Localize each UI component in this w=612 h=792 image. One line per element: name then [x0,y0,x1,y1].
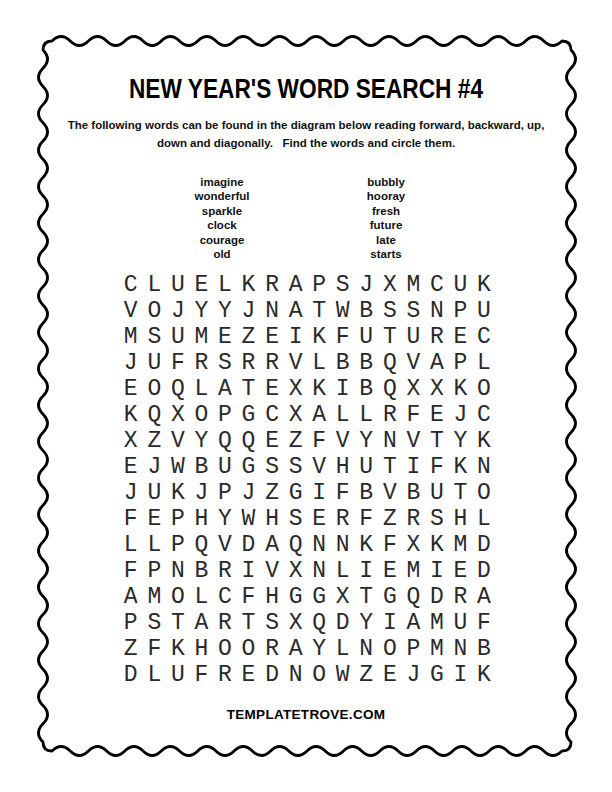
grid-cell: B [331,350,355,376]
grid-cell: V [119,298,143,324]
grid-cell: Y [307,636,331,662]
grid-cell: S [260,454,284,480]
grid-cell: D [237,532,261,558]
grid-cell: J [190,480,214,506]
grid-cell: X [378,272,402,298]
grid-cell: D [260,662,284,688]
grid-cell: I [378,610,402,636]
grid-cell: R [260,350,284,376]
grid-cell: S [284,506,308,532]
grid-cell: J [119,480,143,506]
word-item: starts [314,247,458,261]
grid-cell: B [190,454,214,480]
grid-cell: O [472,480,496,506]
grid-cell: R [260,272,284,298]
grid-cell: H [190,636,214,662]
grid-cell: N [284,662,308,688]
grid-cell: O [472,376,496,402]
grid-cell: B [354,480,378,506]
grid-cell: C [472,402,496,428]
grid-cell: R [402,506,426,532]
grid-cell: F [119,558,143,584]
grid-cell: U [166,324,190,350]
grid-cell: P [449,298,473,324]
grid-cell: T [237,376,261,402]
grid-cell: S [284,454,308,480]
grid-cell: F [378,532,402,558]
grid-cell: D [425,584,449,610]
instructions-line-2: down and diagonally. Find the words and … [0,134,612,152]
grid-cell: Q [213,428,237,454]
grid-cell: R [237,350,261,376]
grid-cell: R [425,324,449,350]
grid-cell: G [378,584,402,610]
grid-cell: Z [119,636,143,662]
grid-cell: M [402,272,426,298]
grid-cell: P [402,636,426,662]
grid-cell: L [190,584,214,610]
grid-cell: Z [237,324,261,350]
grid-cell: M [402,558,426,584]
word-item: sparkle [150,204,294,218]
grid-cell: W [331,298,355,324]
grid-cell: U [143,350,167,376]
grid-cell: U [425,480,449,506]
grid-cell: U [354,454,378,480]
grid-cell: P [213,480,237,506]
grid-cell: Q [378,350,402,376]
grid-cell: L [354,402,378,428]
grid-cell: E [260,428,284,454]
grid-cell: U [166,272,190,298]
footer-credit: TEMPLATETROVE.COM [0,707,612,722]
grid-cell: N [378,428,402,454]
word-list-right: bubblyhoorayfreshfuturelatestarts [314,175,458,261]
grid-cell: R [378,402,402,428]
grid-cell: T [425,428,449,454]
grid-cell: Q [143,402,167,428]
grid-cell: X [284,610,308,636]
grid-cell: T [449,480,473,506]
grid-cell: S [378,298,402,324]
grid-cell: K [354,532,378,558]
grid-cell: T [354,584,378,610]
grid-cell: B [402,480,426,506]
grid-cell: F [472,610,496,636]
grid-cell: S [331,272,355,298]
grid-cell: L [143,532,167,558]
grid-cell: Z [143,428,167,454]
grid-cell: E [237,662,261,688]
grid-cell: J [119,350,143,376]
grid-cell: P [307,272,331,298]
grid-cell: T [378,454,402,480]
grid-cell: Y [213,506,237,532]
grid-cell: Y [449,428,473,454]
grid-cell: R [213,558,237,584]
grid-cell: P [143,558,167,584]
grid-cell: G [237,402,261,428]
grid-cell: U [354,324,378,350]
grid-cell: U [449,272,473,298]
grid-cell: Q [307,610,331,636]
grid-cell: X [402,532,426,558]
grid-cell: N [331,532,355,558]
grid-cell: F [166,350,190,376]
word-list-left: imaginewonderfulsparkleclockcourageold [150,175,294,261]
grid-cell: Q [190,532,214,558]
grid-cell: Q [402,584,426,610]
grid-cell: F [190,662,214,688]
grid-cell: U [166,662,190,688]
grid-cell: R [213,610,237,636]
grid-cell: R [331,506,355,532]
grid-cell: A [190,610,214,636]
grid-cell: P [166,506,190,532]
word-bank: imaginewonderfulsparkleclockcourageold b… [0,175,612,265]
grid-cell: F [354,506,378,532]
grid-cell: G [425,662,449,688]
grid-cell: B [354,350,378,376]
grid-cell: R [449,584,473,610]
grid-cell: L [331,636,355,662]
grid-cell: H [331,454,355,480]
grid-cell: X [119,428,143,454]
grid-cell: V [378,480,402,506]
grid-cell: N [166,558,190,584]
grid-cell: Q [378,376,402,402]
word-item: late [314,233,458,247]
letter-grid: CLUELKRAPSJXMCUKVOJYYJNATWBSSNPUMSUMEZEI… [119,272,496,688]
grid-cell: O [378,636,402,662]
grid-cell: G [284,480,308,506]
grid-cell: G [237,454,261,480]
grid-cell: X [331,584,355,610]
word-item: fresh [314,204,458,218]
grid-cell: N [425,298,449,324]
word-item: courage [150,233,294,247]
grid-cell: K [472,662,496,688]
grid-cell: K [449,376,473,402]
grid-cell: L [331,558,355,584]
grid-cell: V [307,454,331,480]
grid-cell: J [143,454,167,480]
grid-cell: P [449,350,473,376]
grid-cell: Y [190,298,214,324]
grid-cell: C [119,272,143,298]
grid-cell: V [166,428,190,454]
grid-cell: H [260,506,284,532]
page-title: NEW YEAR'S WORD SEARCH #4 [49,76,563,103]
grid-cell: L [472,350,496,376]
grid-cell: K [307,376,331,402]
grid-cell: V [402,350,426,376]
grid-cell: M [143,584,167,610]
grid-cell: E [378,662,402,688]
grid-cell: U [402,324,426,350]
grid-cell: M [190,324,214,350]
grid-cell: C [260,402,284,428]
grid-cell: F [402,402,426,428]
grid-cell: E [260,324,284,350]
grid-cell: J [237,480,261,506]
grid-cell: E [119,376,143,402]
grid-cell: F [425,454,449,480]
grid-cell: K [237,272,261,298]
grid-cell: V [260,558,284,584]
grid-cell: J [449,402,473,428]
instructions-line-1: The following words can be found in the … [0,116,612,134]
grid-cell: O [190,402,214,428]
grid-cell: F [143,636,167,662]
grid-cell: K [425,532,449,558]
grid-cell: P [213,402,237,428]
grid-cell: X [166,402,190,428]
grid-cell: X [402,376,426,402]
grid-cell: F [331,480,355,506]
grid-cell: O [237,636,261,662]
word-item: imagine [150,175,294,189]
grid-cell: O [307,662,331,688]
grid-cell: W [237,506,261,532]
grid-cell: U [472,298,496,324]
grid-cell: T [166,610,190,636]
grid-cell: K [472,428,496,454]
grid-cell: S [402,298,426,324]
grid-cell: M [425,610,449,636]
grid-cell: E [119,454,143,480]
grid-cell: L [143,662,167,688]
grid-cell: L [119,532,143,558]
grid-cell: C [425,272,449,298]
grid-cell: S [143,324,167,350]
grid-cell: N [307,532,331,558]
grid-cell: A [213,376,237,402]
grid-cell: L [331,402,355,428]
grid-cell: H [190,506,214,532]
grid-cell: T [378,324,402,350]
grid-cell: O [213,636,237,662]
grid-cell: R [213,662,237,688]
grid-cell: Y [213,298,237,324]
grid-cell: V [402,428,426,454]
grid-cell: A [284,272,308,298]
word-item: wonderful [150,189,294,203]
grid-cell: K [472,272,496,298]
grid-cell: O [143,376,167,402]
grid-cell: H [449,506,473,532]
grid-cell: U [213,454,237,480]
grid-cell: B [190,558,214,584]
grid-cell: C [213,584,237,610]
grid-cell: D [472,558,496,584]
grid-cell: Q [237,428,261,454]
grid-cell: G [307,584,331,610]
grid-cell: J [354,272,378,298]
grid-cell: D [331,610,355,636]
grid-cell: L [472,506,496,532]
grid-cell: Z [284,428,308,454]
grid-cell: S [260,610,284,636]
grid-cell: X [284,402,308,428]
word-item: future [314,218,458,232]
grid-cell: U [449,610,473,636]
grid-cell: I [449,662,473,688]
grid-cell: I [237,558,261,584]
grid-cell: F [331,324,355,350]
grid-cell: E [260,376,284,402]
grid-cell: K [166,636,190,662]
grid-cell: I [331,376,355,402]
word-item: bubbly [314,175,458,189]
grid-cell: E [449,324,473,350]
grid-cell: Z [378,506,402,532]
grid-cell: M [119,324,143,350]
grid-cell: F [119,506,143,532]
grid-cell: S [425,506,449,532]
grid-cell: M [425,636,449,662]
grid-cell: X [425,376,449,402]
grid-cell: R [190,350,214,376]
grid-cell: J [402,662,426,688]
grid-cell: T [307,298,331,324]
grid-cell: H [260,584,284,610]
grid-cell: L [213,272,237,298]
grid-cell: A [284,298,308,324]
grid-cell: K [166,480,190,506]
grid-cell: W [166,454,190,480]
grid-cell: J [166,298,190,324]
grid-cell: J [237,298,261,324]
grid-cell: A [402,610,426,636]
grid-cell: N [307,558,331,584]
grid-cell: Z [260,480,284,506]
grid-cell: E [190,272,214,298]
grid-cell: N [449,636,473,662]
grid-cell: T [237,610,261,636]
instructions: The following words can be found in the … [0,116,612,152]
grid-cell: B [354,376,378,402]
grid-cell: X [284,558,308,584]
grid-cell: K [119,402,143,428]
grid-cell: C [472,324,496,350]
grid-cell: V [331,428,355,454]
grid-cell: I [307,480,331,506]
grid-cell: I [354,558,378,584]
grid-cell: I [402,454,426,480]
grid-cell: B [354,298,378,324]
word-item: clock [150,218,294,232]
grid-cell: U [143,480,167,506]
grid-cell: B [472,636,496,662]
grid-cell: G [284,584,308,610]
grid-cell: X [284,376,308,402]
grid-cell: Y [354,610,378,636]
grid-cell: A [472,584,496,610]
grid-cell: V [213,532,237,558]
grid-cell: Q [284,532,308,558]
word-item: old [150,247,294,261]
grid-cell: F [307,428,331,454]
grid-cell: V [284,350,308,376]
grid-cell: D [119,662,143,688]
grid-cell: K [449,454,473,480]
grid-cell: Y [190,428,214,454]
grid-cell: E [307,506,331,532]
grid-cell: R [260,636,284,662]
grid-cell: F [237,584,261,610]
grid-cell: E [449,558,473,584]
grid-cell: D [472,532,496,558]
grid-cell: I [284,324,308,350]
grid-cell: N [472,454,496,480]
grid-cell: M [449,532,473,558]
grid-cell: N [260,298,284,324]
grid-cell: E [425,402,449,428]
grid-cell: E [213,324,237,350]
grid-cell: I [425,558,449,584]
grid-cell: O [166,584,190,610]
grid-cell: N [354,636,378,662]
grid-cell: A [119,584,143,610]
grid-cell: A [260,532,284,558]
grid-cell: A [307,402,331,428]
grid-cell: Q [166,376,190,402]
grid-cell: P [166,532,190,558]
grid-cell: S [213,350,237,376]
grid-cell: A [284,636,308,662]
grid-cell: Y [354,428,378,454]
grid-cell: K [307,324,331,350]
grid-cell: O [143,298,167,324]
grid-cell: L [143,272,167,298]
grid-cell: W [331,662,355,688]
grid-cell: E [143,506,167,532]
word-item: hooray [314,189,458,203]
grid-cell: Z [354,662,378,688]
grid-cell: A [425,350,449,376]
grid-cell: E [378,558,402,584]
grid-cell: L [307,350,331,376]
grid-cell: P [119,610,143,636]
grid-cell: S [143,610,167,636]
worksheet-page: NEW YEAR'S WORD SEARCH #4 The following … [0,0,612,792]
grid-cell: L [190,376,214,402]
